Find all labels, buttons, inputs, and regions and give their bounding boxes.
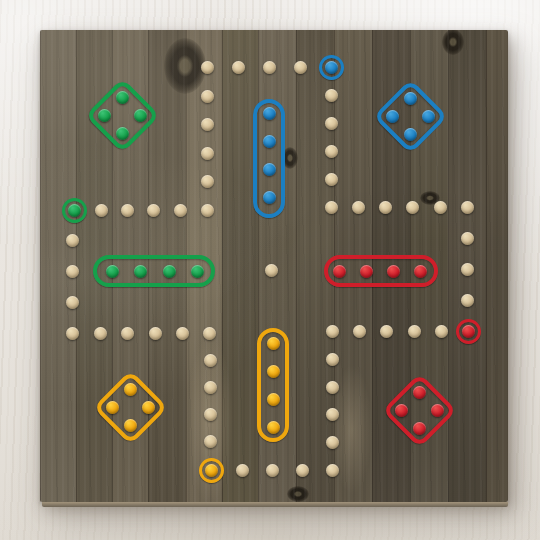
home-hole-yellow[interactable]: [267, 421, 280, 434]
home-hole-green[interactable]: [134, 265, 147, 278]
track-hole[interactable]: [94, 327, 107, 340]
home-hole-blue[interactable]: [263, 191, 276, 204]
track-hole[interactable]: [326, 325, 339, 338]
track-hole[interactable]: [201, 147, 214, 160]
track-hole[interactable]: [95, 204, 108, 217]
track-hole[interactable]: [201, 204, 214, 217]
track-hole[interactable]: [266, 464, 279, 477]
track-hole[interactable]: [204, 435, 217, 448]
base-hole-red[interactable]: [431, 404, 444, 417]
home-hole-red[interactable]: [387, 265, 400, 278]
base-hole-green[interactable]: [134, 109, 147, 122]
track-hole[interactable]: [461, 294, 474, 307]
track-hole[interactable]: [326, 353, 339, 366]
track-hole[interactable]: [461, 263, 474, 276]
base-hole-red[interactable]: [413, 386, 426, 399]
track-hole[interactable]: [380, 325, 393, 338]
start-hole-red[interactable]: [462, 325, 475, 338]
track-hole[interactable]: [201, 175, 214, 188]
track-hole[interactable]: [66, 327, 79, 340]
home-hole-red[interactable]: [360, 265, 373, 278]
start-hole-yellow[interactable]: [205, 464, 218, 477]
track-hole[interactable]: [326, 408, 339, 421]
track-hole[interactable]: [147, 204, 160, 217]
base-hole-red[interactable]: [395, 404, 408, 417]
base-hole-yellow[interactable]: [124, 419, 137, 432]
track-hole[interactable]: [121, 327, 134, 340]
track-hole[interactable]: [232, 61, 245, 74]
home-hole-yellow[interactable]: [267, 365, 280, 378]
track-hole[interactable]: [296, 464, 309, 477]
home-hole-red[interactable]: [333, 265, 346, 278]
home-hole-blue[interactable]: [263, 163, 276, 176]
track-hole[interactable]: [325, 145, 338, 158]
base-hole-green[interactable]: [98, 109, 111, 122]
track-hole[interactable]: [325, 201, 338, 214]
base-hole-yellow[interactable]: [142, 401, 155, 414]
track-hole[interactable]: [204, 354, 217, 367]
track-hole[interactable]: [201, 61, 214, 74]
start-hole-blue[interactable]: [325, 61, 338, 74]
aggravation-board: [40, 30, 508, 502]
home-hole-green[interactable]: [163, 265, 176, 278]
base-hole-yellow[interactable]: [124, 383, 137, 396]
track-hole[interactable]: [263, 61, 276, 74]
track-hole[interactable]: [408, 325, 421, 338]
track-hole[interactable]: [325, 117, 338, 130]
track-hole[interactable]: [176, 327, 189, 340]
home-hole-green[interactable]: [106, 265, 119, 278]
base-hole-green[interactable]: [116, 127, 129, 140]
base-hole-blue[interactable]: [404, 92, 417, 105]
track-hole[interactable]: [174, 204, 187, 217]
base-hole-blue[interactable]: [422, 110, 435, 123]
photo-scene: [0, 0, 540, 540]
base-hole-blue[interactable]: [404, 128, 417, 141]
track-hole[interactable]: [353, 325, 366, 338]
base-hole-green[interactable]: [116, 91, 129, 104]
base-hole-blue[interactable]: [386, 110, 399, 123]
home-hole-green[interactable]: [191, 265, 204, 278]
track-hole[interactable]: [201, 90, 214, 103]
track-hole[interactable]: [352, 201, 365, 214]
home-hole-yellow[interactable]: [267, 393, 280, 406]
track-hole[interactable]: [121, 204, 134, 217]
track-hole[interactable]: [203, 327, 216, 340]
board-side-edge: [42, 502, 508, 507]
home-hole-blue[interactable]: [263, 107, 276, 120]
track-hole[interactable]: [435, 325, 448, 338]
track-hole[interactable]: [66, 234, 79, 247]
start-hole-green[interactable]: [68, 204, 81, 217]
track-hole[interactable]: [326, 436, 339, 449]
track-hole[interactable]: [201, 118, 214, 131]
track-hole[interactable]: [461, 201, 474, 214]
track-hole[interactable]: [325, 89, 338, 102]
track-hole[interactable]: [204, 381, 217, 394]
track-hole[interactable]: [434, 201, 447, 214]
track-hole[interactable]: [325, 173, 338, 186]
track-hole[interactable]: [236, 464, 249, 477]
track-hole[interactable]: [204, 408, 217, 421]
center-shortcut-hole[interactable]: [265, 264, 278, 277]
track-hole[interactable]: [406, 201, 419, 214]
home-hole-red[interactable]: [414, 265, 427, 278]
track-hole[interactable]: [326, 381, 339, 394]
track-hole[interactable]: [461, 232, 474, 245]
base-hole-red[interactable]: [413, 422, 426, 435]
track-hole[interactable]: [326, 464, 339, 477]
track-hole[interactable]: [66, 296, 79, 309]
base-hole-yellow[interactable]: [106, 401, 119, 414]
track-hole[interactable]: [66, 265, 79, 278]
track-hole[interactable]: [149, 327, 162, 340]
track-hole[interactable]: [379, 201, 392, 214]
track-hole[interactable]: [294, 61, 307, 74]
home-hole-yellow[interactable]: [267, 337, 280, 350]
home-hole-blue[interactable]: [263, 135, 276, 148]
